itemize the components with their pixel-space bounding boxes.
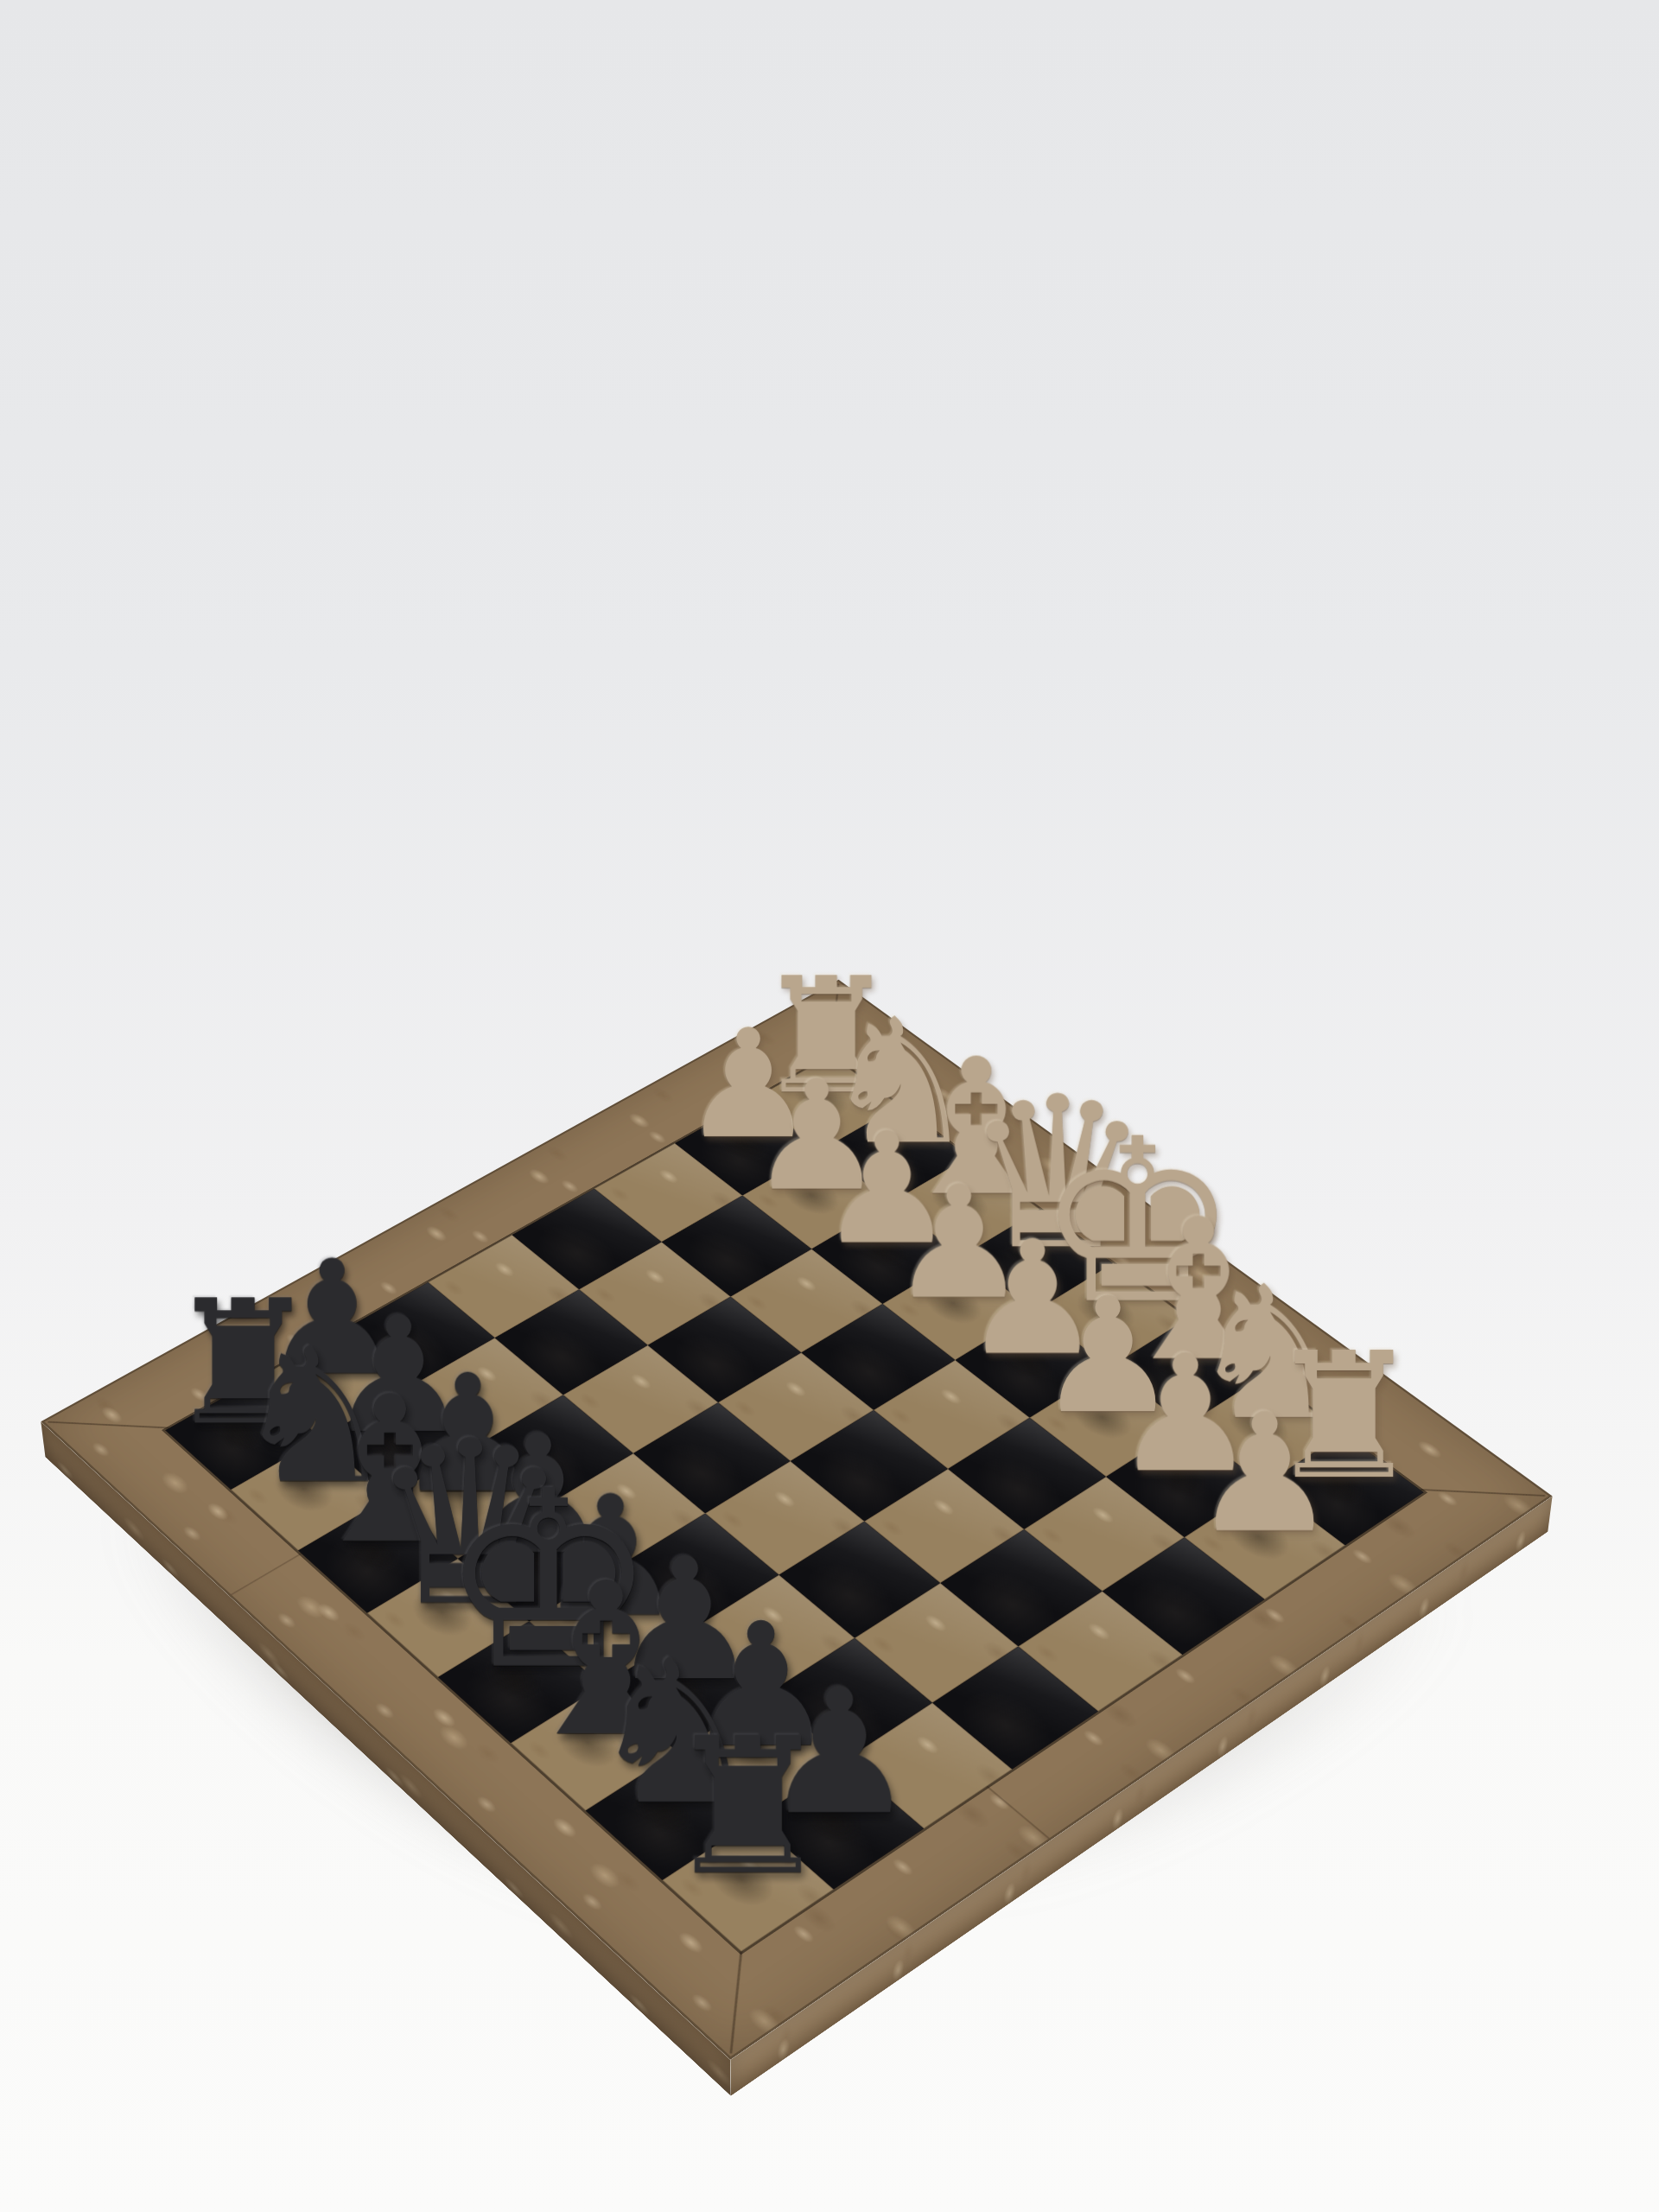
piece-black-rook: ♜ (664, 1713, 833, 1901)
chess-board: ♜♞♝♛♚♝♞♜♟♟♟♟♟♟♟♟♟♟♟♟♟♟♟♟♜♞♝♛♚♝♞♜ (41, 980, 1552, 2060)
piece-white-pawn: ♟ (1185, 1392, 1344, 1555)
photo-background: ♜♞♝♛♚♝♞♜♟♟♟♟♟♟♟♟♟♟♟♟♟♟♟♟♜♞♝♛♚♝♞♜ (0, 0, 1659, 2212)
scene: ♜♞♝♛♚♝♞♜♟♟♟♟♟♟♟♟♟♟♟♟♟♟♟♟♜♞♝♛♚♝♞♜ (0, 0, 1659, 2212)
